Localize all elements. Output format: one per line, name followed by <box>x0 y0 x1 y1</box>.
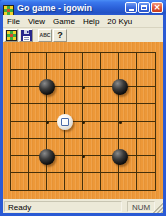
menu-item-help[interactable]: Help <box>79 17 103 26</box>
application-window: Go game - igowin ✕ File View Game Help 2… <box>0 0 166 216</box>
new-game-button[interactable] <box>4 29 18 42</box>
star-point <box>82 86 85 89</box>
black-stone-G3 <box>112 149 128 165</box>
maximize-button[interactable] <box>138 2 150 13</box>
menu-item-game[interactable]: Game <box>49 17 79 26</box>
menu-item-view[interactable]: View <box>24 17 49 26</box>
window-title: Go game - igowin <box>17 3 125 13</box>
title-bar[interactable]: Go game - igowin ✕ <box>0 0 166 15</box>
floppy-disk-icon <box>21 30 32 41</box>
status-message: Ready <box>4 201 122 212</box>
go-board[interactable] <box>3 42 163 199</box>
black-stone-C3 <box>39 149 55 165</box>
star-point <box>119 121 122 124</box>
menu-bar: File View Game Help 20 Kyu <box>3 15 163 28</box>
maximize-icon <box>141 5 147 10</box>
star-point <box>46 121 49 124</box>
abc-label: ABC <box>40 32 51 38</box>
close-button[interactable]: ✕ <box>151 2 163 13</box>
star-point <box>82 121 85 124</box>
menu-item-file[interactable]: File <box>3 17 24 26</box>
context-help-button[interactable]: ? <box>53 29 67 42</box>
menu-item-rank[interactable]: 20 Kyu <box>103 17 136 26</box>
minimize-button[interactable] <box>125 2 137 13</box>
abc-button[interactable]: ABC <box>38 29 52 42</box>
resize-grip[interactable] <box>153 203 163 213</box>
help-question-icon: ? <box>57 30 63 40</box>
minimize-icon <box>129 9 134 11</box>
num-lock-indicator: NUM <box>127 201 155 212</box>
app-icon <box>3 2 14 13</box>
last-move-marker <box>61 118 69 126</box>
status-bar: Ready NUM <box>3 199 163 213</box>
board-grid-icon <box>6 30 17 41</box>
toolbar: ABC ? <box>3 28 163 42</box>
save-button[interactable] <box>19 29 33 42</box>
